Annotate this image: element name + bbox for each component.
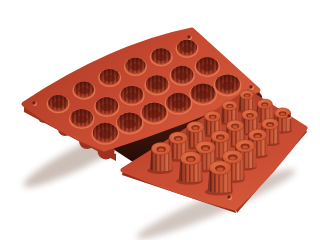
cavity-bottom (172, 100, 185, 109)
bump-dimple-inner (255, 135, 261, 138)
bump-dimple-inner (228, 105, 233, 108)
cavity-bottom (197, 91, 210, 100)
photo-canvas (0, 0, 320, 240)
bump-dimple-inner (188, 158, 194, 161)
cavity-bottom (130, 64, 140, 71)
cavity (73, 81, 95, 98)
cavity-bottom (151, 82, 163, 90)
cavity-bottom (53, 101, 63, 108)
cavity-bottom (79, 87, 89, 94)
cavity (117, 113, 143, 134)
cavity (176, 40, 198, 57)
cavity-bottom (99, 130, 112, 139)
cavity-bottom (221, 82, 234, 91)
cavity (166, 93, 192, 114)
cavity (92, 123, 118, 144)
bump-dimple-inner (263, 104, 268, 107)
cavity (47, 95, 69, 112)
product-photo (0, 0, 320, 240)
cavity (70, 109, 94, 128)
hanging-hole (227, 195, 230, 198)
bump-dimple-inner (158, 148, 164, 151)
cavity (95, 97, 119, 116)
cavity-bottom (156, 54, 166, 61)
cavity-bottom (104, 75, 114, 82)
bump-dimple-inner (218, 136, 224, 139)
bump-dimple-inner (210, 116, 215, 119)
bump-dimple-inner (242, 146, 248, 149)
cavity (150, 48, 172, 65)
cavity (141, 103, 167, 124)
bump-dimple-inner (268, 124, 273, 127)
cavity-bottom (182, 46, 192, 53)
cavity-bottom (176, 72, 188, 80)
cavity-bottom (123, 120, 136, 129)
cavity-bottom (148, 110, 161, 119)
cavity-bottom (76, 115, 88, 123)
cavity (120, 86, 144, 105)
cavity (145, 75, 169, 94)
bump-dimple-inner (203, 147, 209, 150)
hanging-hole (287, 114, 290, 117)
bump-dimple-inner (176, 138, 182, 141)
hanging-hole (187, 35, 190, 38)
cavity-bottom (126, 92, 138, 100)
bump-dimple-inner (193, 127, 198, 130)
bump-dimple-inner (233, 125, 238, 128)
bump-dimple-inner (245, 94, 249, 96)
bump-dimple-inner (248, 114, 253, 117)
bump-dimple-inner (280, 113, 285, 116)
cavity (195, 57, 219, 76)
hanging-hole (32, 101, 35, 104)
bump-dimple-inner (217, 167, 224, 171)
cavity-bottom (101, 104, 113, 112)
cavity (125, 58, 147, 75)
bump-dimple-inner (230, 156, 236, 159)
cavity (190, 84, 216, 105)
cavity (170, 66, 194, 85)
cavity (214, 75, 240, 96)
cavity (99, 69, 121, 86)
cavity-bottom (201, 64, 213, 72)
hanging-hole (249, 85, 252, 88)
